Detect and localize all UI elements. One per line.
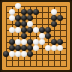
white-stone (39, 39, 45, 45)
go-board-frame (0, 0, 72, 72)
white-stone (57, 45, 63, 51)
black-stone (33, 9, 39, 15)
black-stone (57, 15, 63, 21)
white-stone (33, 45, 39, 51)
go-board[interactable] (3, 3, 69, 69)
black-stone (51, 21, 57, 27)
white-stone (15, 3, 21, 9)
black-stone (45, 33, 51, 39)
black-stone (27, 51, 33, 57)
